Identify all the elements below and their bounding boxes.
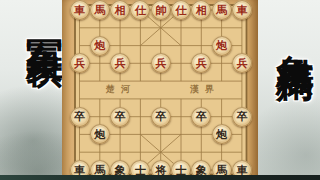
piece-label: 炮	[216, 40, 227, 51]
piece-label: 卒	[196, 111, 207, 122]
piece-label: 兵	[236, 58, 247, 69]
piece-red-f8r0[interactable]: 車	[232, 0, 252, 20]
piece-label: 卒	[115, 111, 126, 122]
piece-label: 帥	[155, 5, 166, 16]
piece-red-f1r2[interactable]: 炮	[90, 36, 110, 56]
piece-red-f7r0[interactable]: 馬	[212, 0, 232, 20]
piece-red-f6r3[interactable]: 兵	[191, 53, 211, 73]
piece-label: 卒	[74, 111, 85, 122]
piece-label: 車	[236, 5, 247, 16]
piece-label: 車	[74, 165, 85, 176]
piece-red-f2r3[interactable]: 兵	[110, 53, 130, 73]
piece-black-f1r7[interactable]: 炮	[90, 124, 110, 144]
piece-label: 卒	[155, 111, 166, 122]
piece-red-f1r0[interactable]: 馬	[90, 0, 110, 20]
piece-label: 馬	[216, 165, 227, 176]
piece-label: 仕	[176, 5, 187, 16]
piece-label: 炮	[216, 129, 227, 140]
video-frame: 军军象棋 象棋精局	[0, 0, 320, 180]
piece-red-f6r0[interactable]: 相	[191, 0, 211, 20]
piece-label: 士	[176, 165, 187, 176]
piece-label: 炮	[94, 40, 105, 51]
piece-label: 相	[115, 5, 126, 16]
piece-black-f4r6[interactable]: 卒	[151, 107, 171, 127]
piece-label: 兵	[196, 58, 207, 69]
piece-label: 馬	[94, 165, 105, 176]
piece-red-f8r3[interactable]: 兵	[232, 53, 252, 73]
piece-red-f4r3[interactable]: 兵	[151, 53, 171, 73]
piece-red-f3r0[interactable]: 仕	[130, 0, 150, 20]
piece-black-f6r6[interactable]: 卒	[191, 107, 211, 127]
letterbox-strip	[0, 175, 320, 180]
piece-red-f0r0[interactable]: 車	[70, 0, 90, 20]
piece-label: 将	[155, 165, 166, 176]
piece-black-f0r6[interactable]: 卒	[70, 107, 90, 127]
piece-label: 相	[196, 5, 207, 16]
piece-black-f7r7[interactable]: 炮	[212, 124, 232, 144]
piece-label: 卒	[236, 111, 247, 122]
piece-black-f8r6[interactable]: 卒	[232, 107, 252, 127]
piece-red-f0r3[interactable]: 兵	[70, 53, 90, 73]
piece-red-f7r2[interactable]: 炮	[212, 36, 232, 56]
piece-black-f2r6[interactable]: 卒	[110, 107, 130, 127]
piece-label: 車	[236, 165, 247, 176]
piece-label: 馬	[216, 5, 227, 16]
piece-label: 兵	[155, 58, 166, 69]
piece-label: 兵	[74, 58, 85, 69]
xiangqi-board[interactable]: 楚河 漢界 車馬相仕帥仕相馬車炮炮兵兵兵兵兵卒卒卒卒卒炮炮車馬象士将士象馬車	[62, 0, 258, 180]
piece-label: 車	[74, 5, 85, 16]
piece-label: 仕	[135, 5, 146, 16]
piece-label: 象	[115, 165, 126, 176]
piece-label: 象	[196, 165, 207, 176]
piece-label: 兵	[115, 58, 126, 69]
piece-label: 馬	[94, 5, 105, 16]
piece-red-f2r0[interactable]: 相	[110, 0, 130, 20]
piece-red-f4r0[interactable]: 帥	[151, 0, 171, 20]
piece-red-f5r0[interactable]: 仕	[171, 0, 191, 20]
right-banner-calligraphy: 象棋精局	[263, 24, 320, 40]
piece-label: 士	[135, 165, 146, 176]
board-grid	[62, 0, 258, 180]
piece-label: 炮	[94, 129, 105, 140]
